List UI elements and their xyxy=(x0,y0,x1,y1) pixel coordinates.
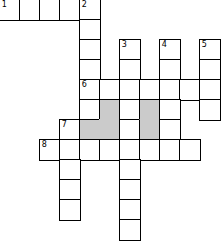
cell-r4c7[interactable] xyxy=(139,79,161,101)
cell-r0c2[interactable] xyxy=(39,0,61,21)
cell-r4c9[interactable] xyxy=(179,79,201,101)
cell-r7c2[interactable]: 8 xyxy=(39,139,61,161)
cell-r6c3[interactable]: 7 xyxy=(59,119,81,141)
cell-r7c5[interactable] xyxy=(99,139,121,161)
cell-r7c3[interactable] xyxy=(59,139,81,161)
cell-r5c4[interactable] xyxy=(79,99,101,121)
crossword-board: 12345678 xyxy=(0,0,221,241)
clue-number-2: 2 xyxy=(82,0,87,9)
cell-r1c4[interactable] xyxy=(79,19,101,41)
clue-number-4: 4 xyxy=(162,40,167,49)
cell-r2c8[interactable]: 4 xyxy=(159,39,181,61)
cell-r6c6[interactable] xyxy=(119,119,141,141)
cell-r2c6[interactable]: 3 xyxy=(119,39,141,61)
cell-r4c5[interactable] xyxy=(99,79,121,101)
cell-r8c3[interactable] xyxy=(59,159,81,181)
cell-r7c4[interactable] xyxy=(79,139,101,161)
cell-r3c6[interactable] xyxy=(119,59,141,81)
cell-r8c6[interactable] xyxy=(119,159,141,181)
cell-r5c5-shaded[interactable] xyxy=(99,99,121,121)
cell-r9c3[interactable] xyxy=(59,179,81,201)
clue-number-1: 1 xyxy=(2,0,7,9)
clue-number-8: 8 xyxy=(42,140,47,149)
cell-r10c3[interactable] xyxy=(59,199,81,221)
cell-r0c0[interactable]: 1 xyxy=(0,0,21,21)
cell-r6c8[interactable] xyxy=(159,119,181,141)
cell-r3c4[interactable] xyxy=(79,59,101,81)
cell-r7c6[interactable] xyxy=(119,139,141,161)
cell-r6c7-shaded[interactable] xyxy=(139,119,161,141)
cell-r5c6[interactable] xyxy=(119,99,141,121)
clue-number-3: 3 xyxy=(122,40,127,49)
cell-r4c10[interactable] xyxy=(199,79,221,101)
cell-r7c7[interactable] xyxy=(139,139,161,161)
cell-r6c4-shaded[interactable] xyxy=(79,119,101,141)
cell-r4c8[interactable] xyxy=(159,79,181,101)
cell-r5c7-shaded[interactable] xyxy=(139,99,161,121)
cell-r3c8[interactable] xyxy=(159,59,181,81)
cell-r3c10[interactable] xyxy=(199,59,221,81)
cell-r0c4[interactable]: 2 xyxy=(79,0,101,21)
cell-r5c10[interactable] xyxy=(199,99,221,121)
cell-r6c5-shaded[interactable] xyxy=(99,119,121,141)
cell-r10c6[interactable] xyxy=(119,199,141,221)
clue-number-5: 5 xyxy=(202,40,207,49)
cell-r0c1[interactable] xyxy=(19,0,41,21)
cell-r11c6[interactable] xyxy=(119,219,141,241)
cell-r5c8[interactable] xyxy=(159,99,181,121)
cell-r2c10[interactable]: 5 xyxy=(199,39,221,61)
cell-r2c4[interactable] xyxy=(79,39,101,61)
clue-number-7: 7 xyxy=(62,120,67,129)
cell-r7c9[interactable] xyxy=(179,139,201,161)
cell-r9c6[interactable] xyxy=(119,179,141,201)
cell-r7c8[interactable] xyxy=(159,139,181,161)
cell-r4c6[interactable] xyxy=(119,79,141,101)
cell-r4c4[interactable]: 6 xyxy=(79,79,101,101)
cell-r0c3[interactable] xyxy=(59,0,81,21)
clue-number-6: 6 xyxy=(82,80,87,89)
